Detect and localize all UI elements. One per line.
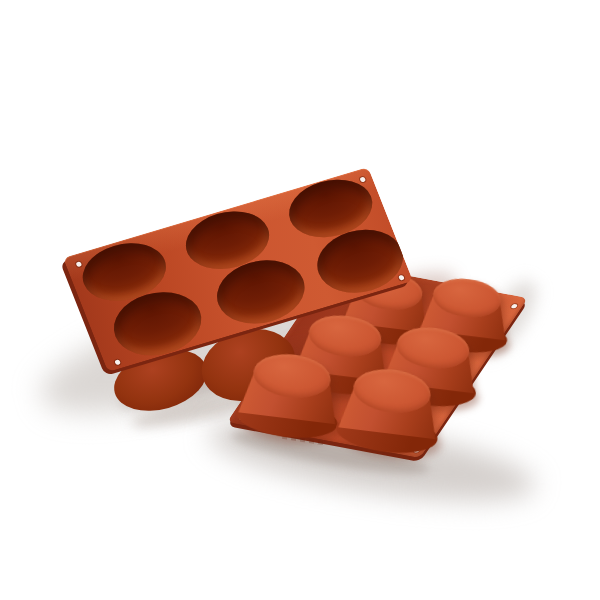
product-photo-canvas xyxy=(0,0,600,600)
muffin-cup-near-left xyxy=(232,347,348,445)
cups-front-layer xyxy=(0,0,600,600)
muffin-cup-near-right xyxy=(332,362,448,460)
